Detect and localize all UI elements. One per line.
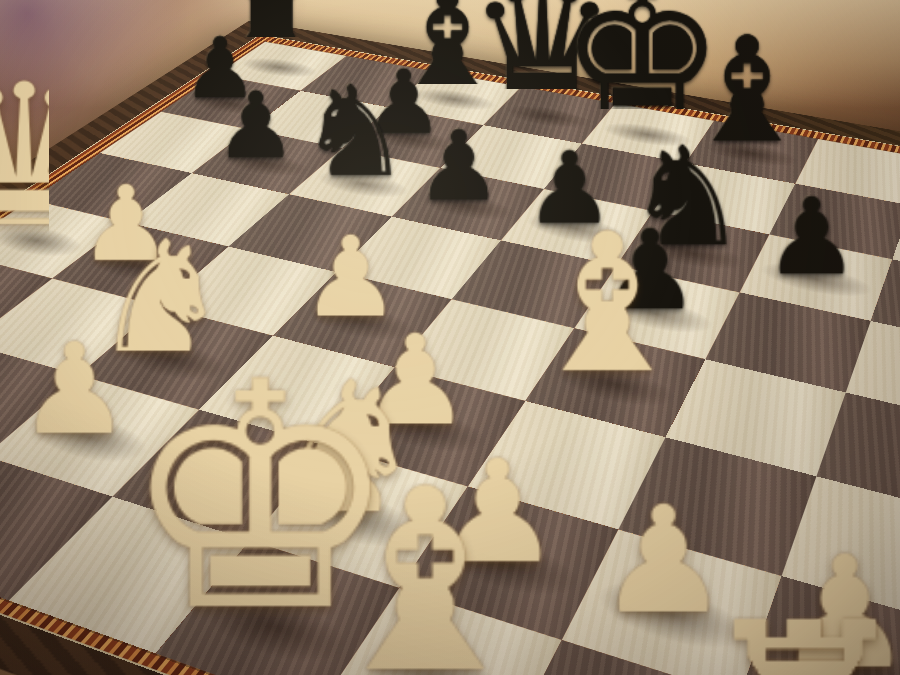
- piece-shadow: [517, 207, 636, 251]
- piece-shadow: [591, 288, 722, 342]
- piece-shadow: [698, 136, 805, 172]
- piece-shadow: [104, 331, 243, 391]
- photo-scene: ♜♝♛♚♝♜♟♟♟♟♞♟♟♞♟♟♛♟♟♝♟♞♟♟♞♟♟♟♜♚♝♜ Overhea…: [0, 0, 900, 675]
- square-a4: ♛: [0, 200, 127, 279]
- piece-shadow: [358, 122, 464, 157]
- piece-shadow: [294, 295, 427, 350]
- piece-shadow: [497, 100, 599, 133]
- piece-shadow: [210, 145, 320, 182]
- piece-shadow: [351, 395, 499, 464]
- black-bishop: ♝: [682, 23, 812, 161]
- piece-shadow: [584, 568, 759, 664]
- piece-shadow: [424, 522, 592, 610]
- piece-shadow: [595, 118, 700, 152]
- piece-shadow: [404, 84, 504, 115]
- piece-shadow: [232, 54, 327, 82]
- piece-shadow: [276, 479, 438, 560]
- piece-shadow: [753, 255, 879, 305]
- piece-shadow: [186, 580, 364, 675]
- chess-board: ♜♝♛♚♝♜♟♟♟♟♞♟♟♞♟♟♛♟♟♝♟♞♟♟♞♟♟♟♜♚♝♜: [0, 41, 900, 675]
- piece-shadow: [345, 631, 531, 675]
- piece-shadow: [409, 185, 524, 227]
- piece-shadow: [178, 88, 279, 119]
- board-inlay: ♜♝♛♚♝♜♟♟♟♟♞♟♟♞♟♟♛♟♟♝♟♞♟♟♞♟♟♟♜♚♝♜: [0, 34, 900, 675]
- board-frame: ♜♝♛♚♝♜♟♟♟♟♞♟♟♞♟♟♛♟♟♝♟♞♟♟♞♟♟♟♜♚♝♜: [0, 20, 900, 675]
- piece-shadow: [307, 165, 419, 204]
- piece-shadow: [759, 618, 900, 675]
- piece-shadow: [631, 230, 753, 277]
- piece-shadow: [544, 354, 685, 417]
- piece-shadow: [75, 242, 200, 290]
- piece-shadow: [14, 404, 164, 474]
